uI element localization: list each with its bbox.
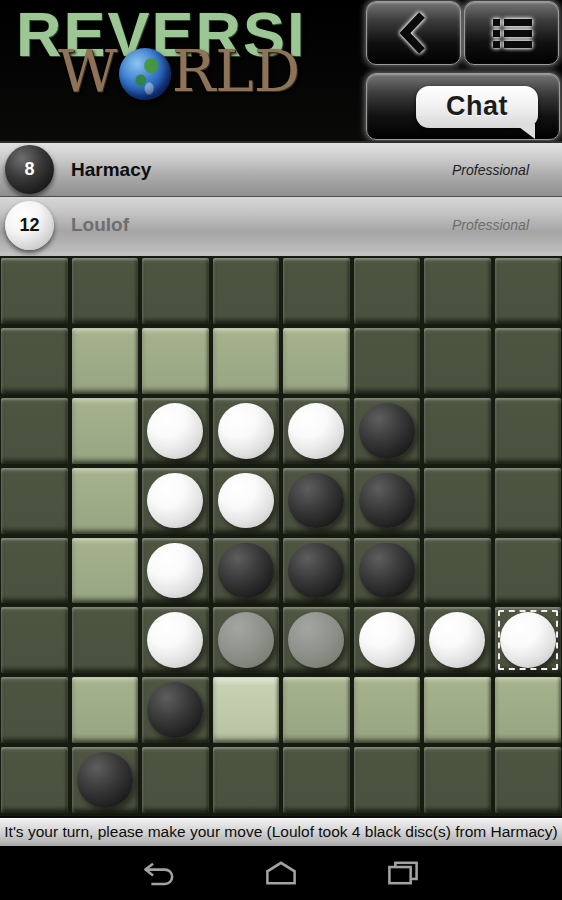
nav-recents-button[interactable] — [386, 858, 420, 888]
white-disc — [147, 612, 203, 668]
chat-button-label: Chat — [446, 91, 508, 122]
white-disc — [218, 473, 274, 529]
cell-e4[interactable] — [283, 468, 350, 534]
black-disc-score-badge: 8 — [5, 145, 54, 194]
black-disc — [147, 682, 203, 738]
flipping-disc — [288, 612, 344, 668]
cell-a5[interactable] — [1, 538, 68, 604]
cell-d7[interactable] — [213, 677, 280, 743]
cell-c3[interactable] — [142, 398, 209, 464]
white-disc — [500, 612, 556, 668]
cell-h8[interactable] — [495, 747, 562, 813]
cell-a7[interactable] — [1, 677, 68, 743]
player-row-harmacy[interactable]: 8 Harmacy Professional — [0, 141, 562, 197]
logo-world-rld: RLD — [172, 42, 301, 100]
cell-c8[interactable] — [142, 747, 209, 813]
cell-e3[interactable] — [283, 398, 350, 464]
cell-f7[interactable] — [354, 677, 421, 743]
earth-globe-icon — [119, 48, 171, 100]
cell-h4[interactable] — [495, 468, 562, 534]
player-name-black: Harmacy — [71, 159, 151, 181]
chat-button[interactable]: Chat — [366, 73, 560, 140]
player-rank-black: Professional — [452, 162, 529, 178]
white-disc — [429, 612, 485, 668]
cell-h5[interactable] — [495, 538, 562, 604]
white-score: 12 — [19, 215, 39, 236]
cell-c1[interactable] — [142, 258, 209, 324]
app-screen: REVERSI W RLD — [0, 0, 562, 900]
cell-g7[interactable] — [424, 677, 491, 743]
cell-d2[interactable] — [213, 328, 280, 394]
cell-e6[interactable] — [283, 607, 350, 673]
cell-e2[interactable] — [283, 328, 350, 394]
cell-a8[interactable] — [1, 747, 68, 813]
nav-home-button[interactable] — [264, 858, 298, 888]
back-button[interactable] — [366, 1, 461, 65]
player-rank-white: Professional — [452, 217, 529, 233]
logo-text-world: W RLD — [58, 42, 366, 100]
cell-b8[interactable] — [72, 747, 139, 813]
white-disc — [218, 403, 274, 459]
cell-a4[interactable] — [1, 468, 68, 534]
top-header: REVERSI W RLD — [0, 0, 562, 141]
cell-g3[interactable] — [424, 398, 491, 464]
nav-recents-icon — [386, 859, 420, 887]
cell-f6[interactable] — [354, 607, 421, 673]
cell-b1[interactable] — [72, 258, 139, 324]
cell-a2[interactable] — [1, 328, 68, 394]
cell-a3[interactable] — [1, 398, 68, 464]
cell-g4[interactable] — [424, 468, 491, 534]
black-disc — [359, 473, 415, 529]
chat-bubble-icon: Chat — [416, 86, 538, 128]
chevron-left-icon — [394, 9, 434, 57]
cell-e8[interactable] — [283, 747, 350, 813]
player-name-white: Loulof — [71, 214, 129, 236]
white-disc-score-badge: 12 — [5, 201, 54, 250]
app-logo: REVERSI W RLD — [16, 0, 366, 100]
cell-f5[interactable] — [354, 538, 421, 604]
logo-world-w: W — [58, 42, 118, 100]
cell-d4[interactable] — [213, 468, 280, 534]
cell-e1[interactable] — [283, 258, 350, 324]
white-disc — [288, 403, 344, 459]
white-disc — [147, 543, 203, 599]
white-disc — [147, 403, 203, 459]
cell-h7[interactable] — [495, 677, 562, 743]
cell-g8[interactable] — [424, 747, 491, 813]
cell-b7[interactable] — [72, 677, 139, 743]
cell-g6[interactable] — [424, 607, 491, 673]
black-disc — [359, 403, 415, 459]
cell-f4[interactable] — [354, 468, 421, 534]
cell-c5[interactable] — [142, 538, 209, 604]
cell-c2[interactable] — [142, 328, 209, 394]
cell-c7[interactable] — [142, 677, 209, 743]
cell-g1[interactable] — [424, 258, 491, 324]
flipping-disc — [218, 612, 274, 668]
cell-d1[interactable] — [213, 258, 280, 324]
cell-d5[interactable] — [213, 538, 280, 604]
cell-g2[interactable] — [424, 328, 491, 394]
cell-h2[interactable] — [495, 328, 562, 394]
black-disc — [77, 752, 133, 808]
list-menu-icon — [488, 12, 536, 54]
black-score: 8 — [24, 159, 34, 180]
cell-c6[interactable] — [142, 607, 209, 673]
cell-f8[interactable] — [354, 747, 421, 813]
cell-e7[interactable] — [283, 677, 350, 743]
status-message: It's your turn, please make your move (L… — [4, 823, 557, 841]
nav-home-icon — [264, 859, 298, 887]
menu-button[interactable] — [464, 1, 559, 65]
cell-f3[interactable] — [354, 398, 421, 464]
status-bar: It's your turn, please make your move (L… — [0, 816, 562, 846]
cell-d8[interactable] — [213, 747, 280, 813]
cell-d6[interactable] — [213, 607, 280, 673]
black-disc — [288, 543, 344, 599]
cell-g5[interactable] — [424, 538, 491, 604]
white-disc — [147, 473, 203, 529]
cell-d3[interactable] — [213, 398, 280, 464]
cell-a1[interactable] — [1, 258, 68, 324]
board — [0, 252, 562, 816]
player-row-loulof[interactable]: 12 Loulof Professional — [0, 197, 562, 252]
white-disc — [359, 612, 415, 668]
cell-b3[interactable] — [72, 398, 139, 464]
cell-a6[interactable] — [1, 607, 68, 673]
black-disc — [288, 473, 344, 529]
cell-h6[interactable] — [495, 607, 562, 673]
cell-c4[interactable] — [142, 468, 209, 534]
cell-h1[interactable] — [495, 258, 562, 324]
cell-b2[interactable] — [72, 328, 139, 394]
cell-h3[interactable] — [495, 398, 562, 464]
nav-back-button[interactable] — [142, 858, 176, 888]
black-disc — [359, 543, 415, 599]
black-disc — [218, 543, 274, 599]
cell-e5[interactable] — [283, 538, 350, 604]
cell-f1[interactable] — [354, 258, 421, 324]
cell-b6[interactable] — [72, 607, 139, 673]
cell-b5[interactable] — [72, 538, 139, 604]
nav-back-icon — [142, 859, 176, 887]
header-buttons: Chat — [366, 0, 562, 141]
cell-b4[interactable] — [72, 468, 139, 534]
android-navbar — [0, 846, 562, 900]
cell-f2[interactable] — [354, 328, 421, 394]
